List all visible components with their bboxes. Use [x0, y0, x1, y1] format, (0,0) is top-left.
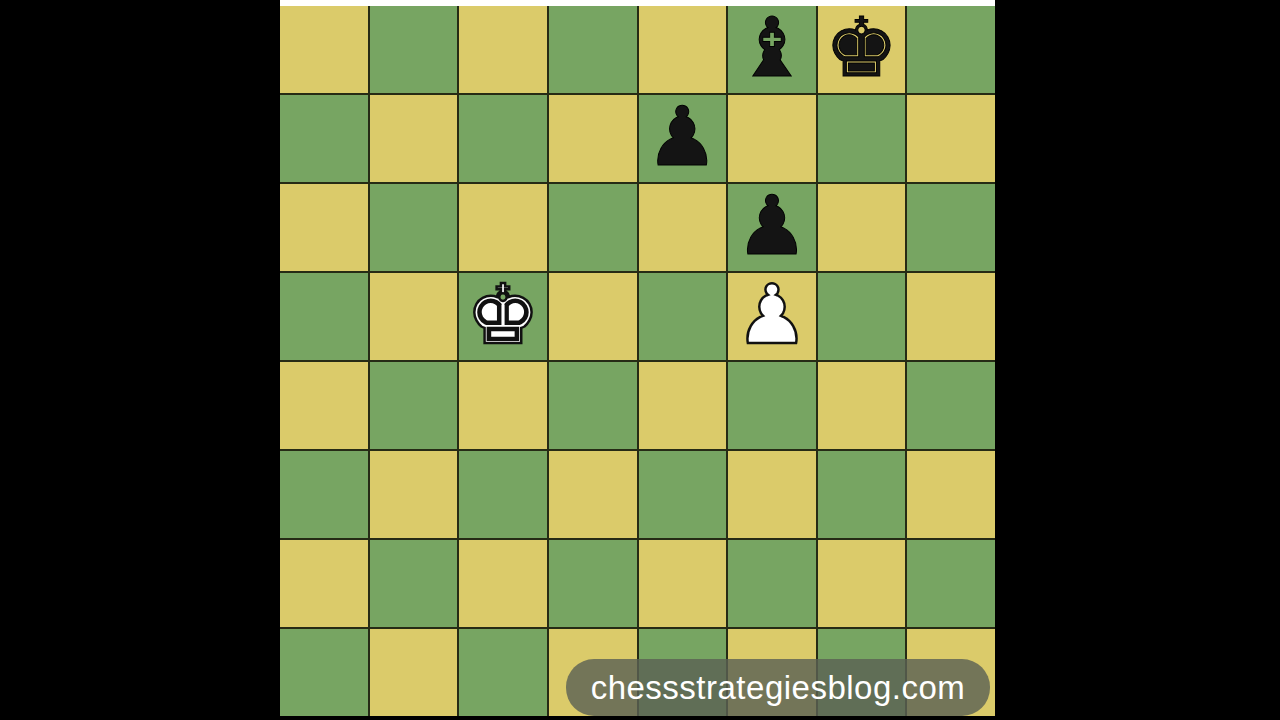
- square-d4[interactable]: [549, 362, 637, 449]
- square-e6[interactable]: [639, 184, 727, 271]
- square-f2[interactable]: [728, 540, 816, 627]
- square-h3[interactable]: [907, 451, 995, 538]
- black-pawn-f6[interactable]: ♟: [735, 185, 809, 267]
- black-king-g8[interactable]: ♚: [825, 7, 899, 89]
- square-b6[interactable]: [370, 184, 458, 271]
- square-d6[interactable]: [549, 184, 637, 271]
- square-a5[interactable]: [280, 273, 368, 360]
- square-c1[interactable]: [459, 629, 547, 716]
- square-d3[interactable]: [549, 451, 637, 538]
- square-d5[interactable]: [549, 273, 637, 360]
- square-f8[interactable]: ♝: [728, 6, 816, 93]
- square-a3[interactable]: [280, 451, 368, 538]
- square-d7[interactable]: [549, 95, 637, 182]
- square-c7[interactable]: [459, 95, 547, 182]
- square-a1[interactable]: [280, 629, 368, 716]
- chess-board-frame: ♝♚♟♟♚♟: [280, 0, 995, 720]
- square-h4[interactable]: [907, 362, 995, 449]
- square-g4[interactable]: [818, 362, 906, 449]
- square-b8[interactable]: [370, 6, 458, 93]
- square-b5[interactable]: [370, 273, 458, 360]
- square-c6[interactable]: [459, 184, 547, 271]
- square-g2[interactable]: [818, 540, 906, 627]
- white-king-c5[interactable]: ♚: [466, 274, 540, 356]
- black-bishop-f8[interactable]: ♝: [735, 7, 809, 89]
- black-pawn-e7[interactable]: ♟: [646, 96, 720, 178]
- square-c2[interactable]: [459, 540, 547, 627]
- square-h8[interactable]: [907, 6, 995, 93]
- letterbox-left: [0, 0, 280, 720]
- square-c5[interactable]: ♚: [459, 273, 547, 360]
- square-b4[interactable]: [370, 362, 458, 449]
- square-b3[interactable]: [370, 451, 458, 538]
- square-e5[interactable]: [639, 273, 727, 360]
- letterbox-right: [995, 0, 1280, 720]
- square-e2[interactable]: [639, 540, 727, 627]
- square-f7[interactable]: [728, 95, 816, 182]
- square-g7[interactable]: [818, 95, 906, 182]
- square-e4[interactable]: [639, 362, 727, 449]
- square-f5[interactable]: ♟: [728, 273, 816, 360]
- square-c8[interactable]: [459, 6, 547, 93]
- square-g5[interactable]: [818, 273, 906, 360]
- square-f4[interactable]: [728, 362, 816, 449]
- watermark-pill: chessstrategiesblog.com: [566, 659, 990, 716]
- square-e8[interactable]: [639, 6, 727, 93]
- square-h2[interactable]: [907, 540, 995, 627]
- square-d2[interactable]: [549, 540, 637, 627]
- square-h6[interactable]: [907, 184, 995, 271]
- square-b2[interactable]: [370, 540, 458, 627]
- square-e7[interactable]: ♟: [639, 95, 727, 182]
- square-a8[interactable]: [280, 6, 368, 93]
- white-pawn-f5[interactable]: ♟: [735, 274, 809, 356]
- square-h7[interactable]: [907, 95, 995, 182]
- square-a2[interactable]: [280, 540, 368, 627]
- square-b7[interactable]: [370, 95, 458, 182]
- square-h5[interactable]: [907, 273, 995, 360]
- square-f3[interactable]: [728, 451, 816, 538]
- square-b1[interactable]: [370, 629, 458, 716]
- square-g6[interactable]: [818, 184, 906, 271]
- watermark-text: chessstrategiesblog.com: [591, 669, 966, 707]
- square-a7[interactable]: [280, 95, 368, 182]
- square-g3[interactable]: [818, 451, 906, 538]
- chess-board: ♝♚♟♟♚♟: [280, 6, 995, 716]
- square-c4[interactable]: [459, 362, 547, 449]
- square-g8[interactable]: ♚: [818, 6, 906, 93]
- square-f6[interactable]: ♟: [728, 184, 816, 271]
- square-a4[interactable]: [280, 362, 368, 449]
- square-d8[interactable]: [549, 6, 637, 93]
- square-e3[interactable]: [639, 451, 727, 538]
- square-a6[interactable]: [280, 184, 368, 271]
- square-c3[interactable]: [459, 451, 547, 538]
